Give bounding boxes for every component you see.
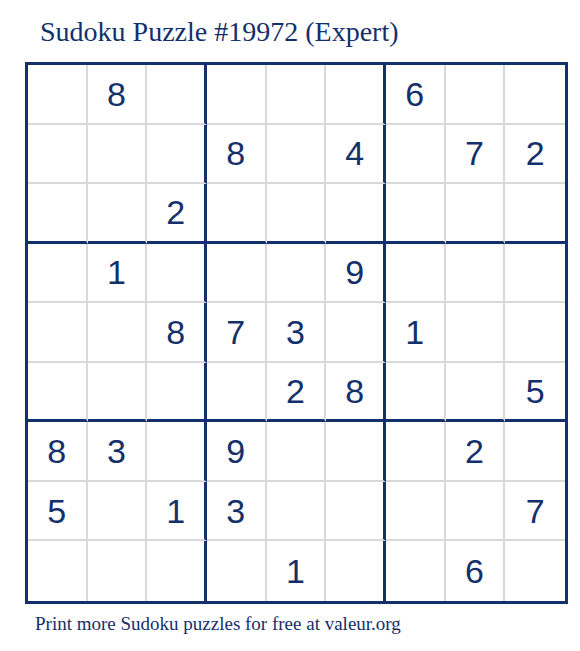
cell-r6c3[interactable]: [147, 363, 207, 423]
cell-r5c1[interactable]: [28, 303, 88, 363]
cell-r9c6[interactable]: [326, 541, 386, 601]
cell-r6c7[interactable]: [386, 363, 446, 423]
cell-r4c5[interactable]: [267, 244, 327, 304]
cell-r6c9: 5: [505, 363, 565, 423]
cell-r3c5[interactable]: [267, 184, 327, 244]
cell-r2c2[interactable]: [88, 125, 148, 185]
cell-r1c4[interactable]: [207, 65, 267, 125]
cell-r6c2[interactable]: [88, 363, 148, 423]
cell-r3c3: 2: [147, 184, 207, 244]
cell-r7c3[interactable]: [147, 422, 207, 482]
page-title: Sudoku Puzzle #19972 (Expert): [40, 18, 399, 46]
footer-text: Print more Sudoku puzzles for free at va…: [35, 614, 401, 633]
cell-r3c6[interactable]: [326, 184, 386, 244]
cell-r3c1[interactable]: [28, 184, 88, 244]
cell-r7c7[interactable]: [386, 422, 446, 482]
cell-r7c2: 3: [88, 422, 148, 482]
cell-r9c9[interactable]: [505, 541, 565, 601]
cell-r4c3[interactable]: [147, 244, 207, 304]
cell-r8c5[interactable]: [267, 482, 327, 542]
cell-r4c7[interactable]: [386, 244, 446, 304]
cell-r8c7[interactable]: [386, 482, 446, 542]
cell-r9c1[interactable]: [28, 541, 88, 601]
cell-r2c3[interactable]: [147, 125, 207, 185]
cell-r7c4: 9: [207, 422, 267, 482]
cell-r4c2: 1: [88, 244, 148, 304]
cell-r6c1[interactable]: [28, 363, 88, 423]
cell-r1c9[interactable]: [505, 65, 565, 125]
cell-r8c4: 3: [207, 482, 267, 542]
cell-r2c7[interactable]: [386, 125, 446, 185]
sudoku-printout-page: Sudoku Puzzle #19972 (Expert) 8684722198…: [0, 0, 580, 651]
cell-r8c3: 1: [147, 482, 207, 542]
cell-r6c8[interactable]: [446, 363, 506, 423]
cell-r1c8[interactable]: [446, 65, 506, 125]
cell-r4c8[interactable]: [446, 244, 506, 304]
cell-r5c3: 8: [147, 303, 207, 363]
cell-r8c9: 7: [505, 482, 565, 542]
cell-r2c6: 4: [326, 125, 386, 185]
cell-r4c1[interactable]: [28, 244, 88, 304]
cell-r4c6: 9: [326, 244, 386, 304]
cell-r6c4[interactable]: [207, 363, 267, 423]
cell-r7c5[interactable]: [267, 422, 327, 482]
cell-r5c6[interactable]: [326, 303, 386, 363]
cell-r8c1: 5: [28, 482, 88, 542]
cell-r9c3[interactable]: [147, 541, 207, 601]
cell-r3c4[interactable]: [207, 184, 267, 244]
cell-r5c4: 7: [207, 303, 267, 363]
cell-r7c6[interactable]: [326, 422, 386, 482]
sudoku-board: 86847221987312858392513716: [25, 62, 568, 604]
cell-r9c8: 6: [446, 541, 506, 601]
cell-r1c3[interactable]: [147, 65, 207, 125]
cell-r3c8[interactable]: [446, 184, 506, 244]
cell-r5c8[interactable]: [446, 303, 506, 363]
cell-r5c5: 3: [267, 303, 327, 363]
cell-r8c6[interactable]: [326, 482, 386, 542]
cell-r1c1[interactable]: [28, 65, 88, 125]
cell-r3c7[interactable]: [386, 184, 446, 244]
cell-r2c8: 7: [446, 125, 506, 185]
cell-r3c9[interactable]: [505, 184, 565, 244]
cell-r9c5: 1: [267, 541, 327, 601]
cell-r5c2[interactable]: [88, 303, 148, 363]
cell-r6c5: 2: [267, 363, 327, 423]
cell-r9c7[interactable]: [386, 541, 446, 601]
cell-r1c2: 8: [88, 65, 148, 125]
cell-r7c8: 2: [446, 422, 506, 482]
cell-r3c2[interactable]: [88, 184, 148, 244]
cell-r6c6: 8: [326, 363, 386, 423]
cell-r8c2[interactable]: [88, 482, 148, 542]
cell-r1c6[interactable]: [326, 65, 386, 125]
cell-r9c2[interactable]: [88, 541, 148, 601]
cell-r5c7: 1: [386, 303, 446, 363]
cell-r8c8[interactable]: [446, 482, 506, 542]
cell-r7c1: 8: [28, 422, 88, 482]
cell-r1c5[interactable]: [267, 65, 327, 125]
cell-r1c7: 6: [386, 65, 446, 125]
cell-r9c4[interactable]: [207, 541, 267, 601]
cell-r7c9[interactable]: [505, 422, 565, 482]
cell-r4c9[interactable]: [505, 244, 565, 304]
cell-r5c9[interactable]: [505, 303, 565, 363]
cell-r2c9: 2: [505, 125, 565, 185]
cell-r2c1[interactable]: [28, 125, 88, 185]
cell-r2c5[interactable]: [267, 125, 327, 185]
cell-r2c4: 8: [207, 125, 267, 185]
cell-r4c4[interactable]: [207, 244, 267, 304]
